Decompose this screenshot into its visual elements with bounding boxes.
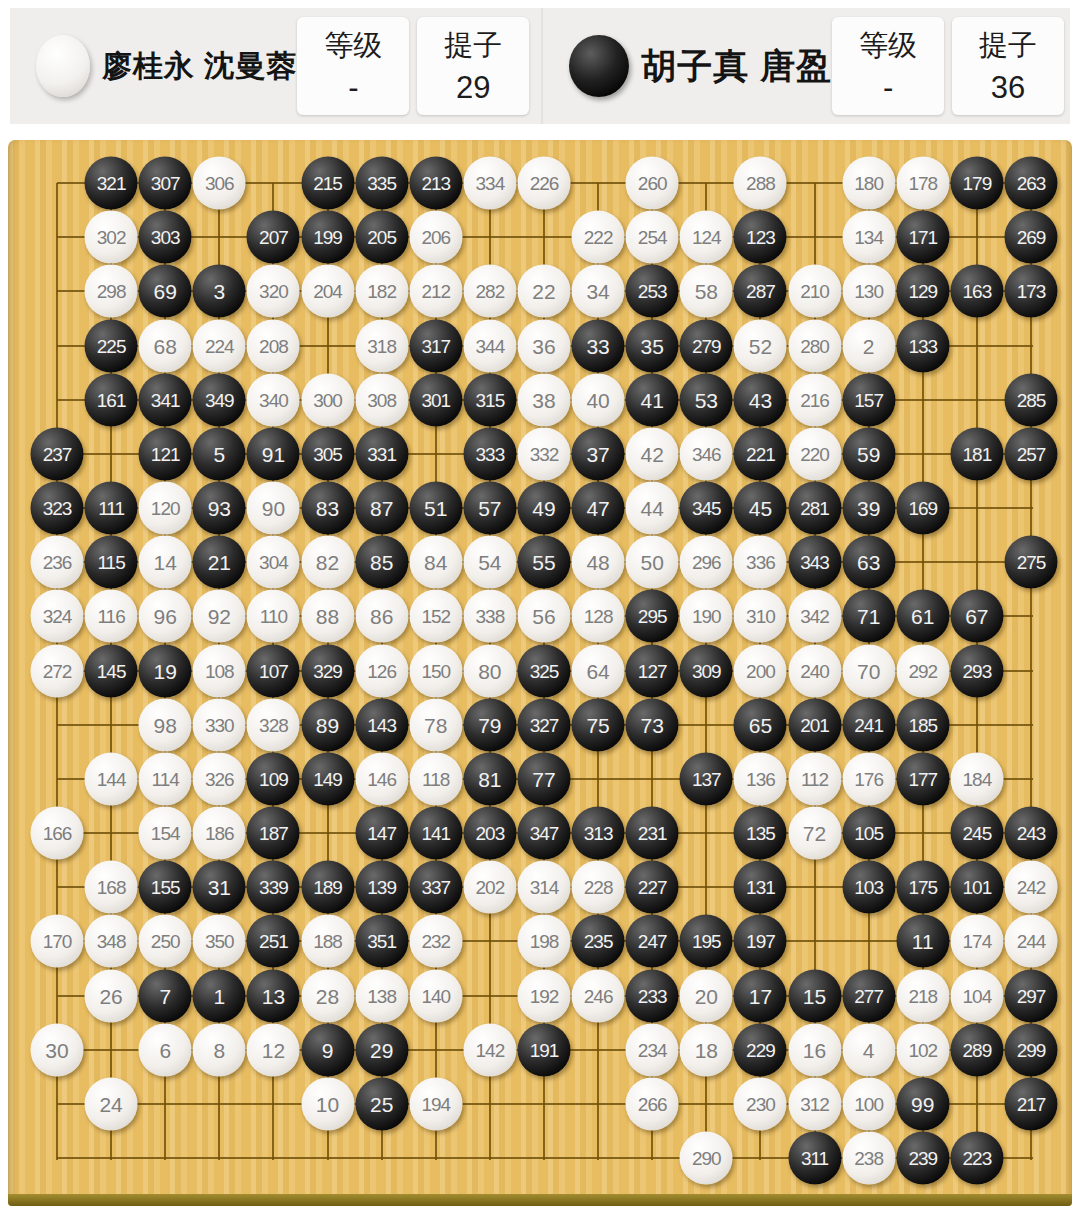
stone-black-57: 57 xyxy=(463,482,516,535)
stone-move-number: 104 xyxy=(963,986,992,1005)
stone-move-number: 206 xyxy=(421,228,450,247)
stone-white-222: 222 xyxy=(572,211,625,264)
stone-move-number: 272 xyxy=(43,661,72,680)
stone-move-number: 212 xyxy=(421,282,450,301)
stone-move-number: 337 xyxy=(421,878,450,897)
stone-white-64: 64 xyxy=(572,644,625,697)
stone-move-number: 296 xyxy=(692,553,721,572)
stone-move-number: 200 xyxy=(746,661,775,680)
stone-move-number: 208 xyxy=(259,336,288,355)
stone-move-number: 137 xyxy=(692,769,721,788)
stone-move-number: 16 xyxy=(803,1039,826,1060)
stone-black-149: 149 xyxy=(301,752,354,805)
stone-black-217: 217 xyxy=(1004,1077,1057,1130)
stone-white-240: 240 xyxy=(788,644,841,697)
stone-white-138: 138 xyxy=(355,969,408,1022)
stone-white-298: 298 xyxy=(85,265,138,318)
stone-move-number: 123 xyxy=(746,228,775,247)
stone-black-257: 257 xyxy=(1004,427,1057,480)
stone-white-232: 232 xyxy=(409,915,462,968)
stone-black-55: 55 xyxy=(517,536,570,589)
stone-black-337: 337 xyxy=(409,861,462,914)
stone-black-173: 173 xyxy=(1004,265,1057,318)
stone-move-number: 333 xyxy=(476,444,505,463)
stone-move-number: 345 xyxy=(692,499,721,518)
stone-black-49: 49 xyxy=(517,482,570,535)
stone-move-number: 210 xyxy=(800,282,829,301)
stone-move-number: 45 xyxy=(749,498,772,519)
stone-white-42: 42 xyxy=(626,427,679,480)
stone-move-number: 334 xyxy=(476,174,505,193)
stone-move-number: 101 xyxy=(963,878,992,897)
stone-white-234: 234 xyxy=(626,1023,679,1076)
stone-move-number: 349 xyxy=(205,390,234,409)
stone-move-number: 244 xyxy=(1017,932,1046,951)
stone-black-45: 45 xyxy=(734,482,787,535)
stone-black-7: 7 xyxy=(139,969,192,1022)
stone-move-number: 134 xyxy=(854,228,883,247)
stone-move-number: 182 xyxy=(367,282,396,301)
white-info-boxes: 等级 - 提子 29 xyxy=(297,17,529,115)
stone-white-324: 324 xyxy=(31,590,84,643)
stone-move-number: 25 xyxy=(370,1093,393,1114)
stone-move-number: 111 xyxy=(98,499,124,518)
stone-white-302: 302 xyxy=(85,211,138,264)
stone-black-321: 321 xyxy=(85,157,138,210)
stone-move-number: 275 xyxy=(1017,553,1046,572)
stone-move-number: 299 xyxy=(1017,1040,1046,1059)
stone-white-26: 26 xyxy=(85,969,138,1022)
stone-move-number: 14 xyxy=(154,552,177,573)
stone-move-number: 217 xyxy=(1017,1094,1046,1113)
stone-black-121: 121 xyxy=(139,427,192,480)
stone-move-number: 175 xyxy=(908,878,937,897)
stone-white-68: 68 xyxy=(139,319,192,372)
stone-move-number: 49 xyxy=(532,498,555,519)
stone-black-253: 253 xyxy=(626,265,679,318)
stone-black-345: 345 xyxy=(680,482,733,535)
stone-white-230: 230 xyxy=(734,1077,787,1130)
stone-black-19: 19 xyxy=(139,644,192,697)
stone-white-312: 312 xyxy=(788,1077,841,1130)
stone-move-number: 37 xyxy=(586,443,609,464)
stone-black-171: 171 xyxy=(896,211,949,264)
stone-move-number: 226 xyxy=(530,174,559,193)
stone-black-341: 341 xyxy=(139,373,192,426)
stone-black-91: 91 xyxy=(247,427,300,480)
stone-move-number: 51 xyxy=(424,498,447,519)
stone-black-1: 1 xyxy=(193,969,246,1022)
black-player-panel: 胡子真 唐盈 等级 - 提子 36 xyxy=(541,8,1076,124)
stone-white-22: 22 xyxy=(517,265,570,318)
stone-white-344: 344 xyxy=(463,319,516,372)
stone-white-112: 112 xyxy=(788,752,841,805)
stone-black-235: 235 xyxy=(572,915,625,968)
stone-move-number: 321 xyxy=(97,174,126,193)
stone-move-number: 96 xyxy=(154,606,177,627)
stone-move-number: 227 xyxy=(638,878,667,897)
stone-move-number: 306 xyxy=(205,174,234,193)
stone-move-number: 313 xyxy=(584,824,613,843)
stone-black-87: 87 xyxy=(355,482,408,535)
stone-black-177: 177 xyxy=(896,752,949,805)
stone-white-218: 218 xyxy=(896,969,949,1022)
stone-white-150: 150 xyxy=(409,644,462,697)
stone-move-number: 282 xyxy=(476,282,505,301)
stone-move-number: 124 xyxy=(692,228,721,247)
stone-black-323: 323 xyxy=(31,482,84,535)
stone-move-number: 131 xyxy=(746,878,775,897)
stone-white-16: 16 xyxy=(788,1023,841,1076)
stone-move-number: 230 xyxy=(746,1094,775,1113)
stone-move-number: 42 xyxy=(641,443,664,464)
stone-black-205: 205 xyxy=(355,211,408,264)
stone-move-number: 56 xyxy=(532,606,555,627)
stone-move-number: 309 xyxy=(692,661,721,680)
stone-move-number: 181 xyxy=(963,444,992,463)
stone-move-number: 320 xyxy=(259,282,288,301)
stone-black-39: 39 xyxy=(842,482,895,535)
stone-white-216: 216 xyxy=(788,373,841,426)
stone-black-343: 343 xyxy=(788,536,841,589)
stone-black-311: 311 xyxy=(788,1132,841,1185)
stone-move-number: 133 xyxy=(908,336,937,355)
stone-move-number: 223 xyxy=(963,1149,992,1168)
stone-white-180: 180 xyxy=(842,157,895,210)
stone-white-250: 250 xyxy=(139,915,192,968)
stone-white-24: 24 xyxy=(85,1077,138,1130)
stone-move-number: 99 xyxy=(911,1093,934,1114)
stone-white-116: 116 xyxy=(85,590,138,643)
stone-move-number: 33 xyxy=(586,335,609,356)
stone-white-50: 50 xyxy=(626,536,679,589)
stone-move-number: 116 xyxy=(97,607,124,626)
stone-move-number: 288 xyxy=(746,174,775,193)
white-captures-label: 提子 xyxy=(444,26,502,66)
stone-black-201: 201 xyxy=(788,698,841,751)
stone-move-number: 54 xyxy=(478,552,501,573)
stone-move-number: 235 xyxy=(584,932,613,951)
stone-move-number: 205 xyxy=(367,228,396,247)
stone-white-166: 166 xyxy=(31,807,84,860)
stone-white-78: 78 xyxy=(409,698,462,751)
stone-move-number: 221 xyxy=(746,444,775,463)
stone-black-73: 73 xyxy=(626,698,679,751)
stone-black-339: 339 xyxy=(247,861,300,914)
stone-white-40: 40 xyxy=(572,373,625,426)
stone-move-number: 237 xyxy=(43,444,72,463)
stone-black-3: 3 xyxy=(193,265,246,318)
stone-white-194: 194 xyxy=(409,1077,462,1130)
stone-move-number: 323 xyxy=(43,499,72,518)
stone-black-229: 229 xyxy=(734,1023,787,1076)
stone-move-number: 247 xyxy=(638,932,667,951)
stone-move-number: 344 xyxy=(476,336,505,355)
stone-black-77: 77 xyxy=(517,752,570,805)
stone-move-number: 29 xyxy=(370,1039,393,1060)
stone-move-number: 13 xyxy=(262,985,285,1006)
stone-move-number: 180 xyxy=(854,174,883,193)
stone-white-154: 154 xyxy=(139,807,192,860)
stone-white-144: 144 xyxy=(85,752,138,805)
stone-move-number: 70 xyxy=(857,660,880,681)
stone-black-33: 33 xyxy=(572,319,625,372)
stone-white-102: 102 xyxy=(896,1023,949,1076)
stone-move-number: 80 xyxy=(478,660,501,681)
stone-black-327: 327 xyxy=(517,698,570,751)
stone-move-number: 84 xyxy=(424,552,447,573)
stone-black-37: 37 xyxy=(572,427,625,480)
stone-move-number: 185 xyxy=(908,715,937,734)
stone-black-115: 115 xyxy=(85,536,138,589)
stone-white-304: 304 xyxy=(247,536,300,589)
white-player-name: 廖桂永 沈曼蓉 xyxy=(102,46,297,87)
stone-move-number: 290 xyxy=(692,1149,721,1168)
stone-white-308: 308 xyxy=(355,373,408,426)
stone-move-number: 40 xyxy=(586,389,609,410)
stone-white-338: 338 xyxy=(463,590,516,643)
stone-white-238: 238 xyxy=(842,1132,895,1185)
stone-black-331: 331 xyxy=(355,427,408,480)
stone-white-142: 142 xyxy=(463,1023,516,1076)
stone-move-number: 194 xyxy=(421,1094,450,1113)
stone-black-143: 143 xyxy=(355,698,408,751)
stone-move-number: 43 xyxy=(749,389,772,410)
stone-white-192: 192 xyxy=(517,969,570,1022)
stone-move-number: 285 xyxy=(1017,390,1046,409)
stone-move-number: 92 xyxy=(208,606,231,627)
stone-move-number: 126 xyxy=(367,661,396,680)
stone-white-204: 204 xyxy=(301,265,354,318)
white-rank-box: 等级 - xyxy=(297,17,409,115)
stone-move-number: 19 xyxy=(154,660,177,681)
stone-move-number: 166 xyxy=(43,824,72,843)
stone-white-310: 310 xyxy=(734,590,787,643)
stone-white-14: 14 xyxy=(139,536,192,589)
stone-black-31: 31 xyxy=(193,861,246,914)
stone-white-296: 296 xyxy=(680,536,733,589)
stone-white-104: 104 xyxy=(950,969,1003,1022)
stone-white-8: 8 xyxy=(193,1023,246,1076)
stone-black-145: 145 xyxy=(85,644,138,697)
stone-move-number: 82 xyxy=(316,552,339,573)
stone-move-number: 47 xyxy=(586,498,609,519)
stone-move-number: 189 xyxy=(313,878,342,897)
stone-move-number: 8 xyxy=(213,1039,225,1060)
stone-black-263: 263 xyxy=(1004,157,1057,210)
stone-black-305: 305 xyxy=(301,427,354,480)
stone-black-69: 69 xyxy=(139,265,192,318)
stone-move-number: 341 xyxy=(151,390,180,409)
stone-move-number: 39 xyxy=(857,498,880,519)
stone-white-134: 134 xyxy=(842,211,895,264)
stone-move-number: 20 xyxy=(695,985,718,1006)
stone-move-number: 171 xyxy=(908,228,937,247)
stone-move-number: 144 xyxy=(97,769,126,788)
white-stone-icon xyxy=(36,35,90,97)
stone-move-number: 326 xyxy=(205,769,234,788)
stone-black-9: 9 xyxy=(301,1023,354,1076)
stone-black-295: 295 xyxy=(626,590,679,643)
stone-white-300: 300 xyxy=(301,373,354,426)
stone-move-number: 184 xyxy=(963,769,992,788)
stone-white-272: 272 xyxy=(31,644,84,697)
stone-move-number: 231 xyxy=(638,824,667,843)
stone-black-127: 127 xyxy=(626,644,679,697)
stone-move-number: 335 xyxy=(367,174,396,193)
stone-black-251: 251 xyxy=(247,915,300,968)
stone-move-number: 179 xyxy=(963,174,992,193)
stone-move-number: 138 xyxy=(367,986,396,1005)
stone-black-175: 175 xyxy=(896,861,949,914)
stone-white-186: 186 xyxy=(193,807,246,860)
stone-white-126: 126 xyxy=(355,644,408,697)
stone-move-number: 107 xyxy=(259,661,288,680)
stone-move-number: 4 xyxy=(863,1039,875,1060)
stone-move-number: 28 xyxy=(316,985,339,1006)
stone-move-number: 110 xyxy=(260,607,287,626)
stone-move-number: 325 xyxy=(530,661,559,680)
stone-move-number: 109 xyxy=(259,769,288,788)
stone-white-146: 146 xyxy=(355,752,408,805)
stone-move-number: 197 xyxy=(746,932,775,951)
stone-move-number: 303 xyxy=(151,228,180,247)
stone-black-277: 277 xyxy=(842,969,895,1022)
stone-move-number: 174 xyxy=(963,932,992,951)
stone-move-number: 314 xyxy=(530,878,559,897)
stone-white-56: 56 xyxy=(517,590,570,643)
stone-move-number: 128 xyxy=(584,607,613,626)
stone-move-number: 218 xyxy=(908,986,937,1005)
stone-white-12: 12 xyxy=(247,1023,300,1076)
stone-move-number: 186 xyxy=(205,824,234,843)
stone-move-number: 330 xyxy=(205,715,234,734)
stone-move-number: 152 xyxy=(421,607,450,626)
black-rank-value: - xyxy=(883,70,893,106)
stone-move-number: 90 xyxy=(262,498,285,519)
stone-move-number: 311 xyxy=(801,1149,828,1168)
stone-white-350: 350 xyxy=(193,915,246,968)
stone-black-51: 51 xyxy=(409,482,462,535)
stone-move-number: 350 xyxy=(205,932,234,951)
stone-move-number: 77 xyxy=(532,768,555,789)
stone-move-number: 195 xyxy=(692,932,721,951)
stone-move-number: 112 xyxy=(801,769,828,788)
stone-black-289: 289 xyxy=(950,1023,1003,1076)
stone-move-number: 260 xyxy=(638,174,667,193)
stone-white-346: 346 xyxy=(680,427,733,480)
stone-move-number: 86 xyxy=(370,606,393,627)
stone-white-152: 152 xyxy=(409,590,462,643)
stone-move-number: 108 xyxy=(205,661,234,680)
stone-white-34: 34 xyxy=(572,265,625,318)
stone-white-182: 182 xyxy=(355,265,408,318)
stone-move-number: 154 xyxy=(151,824,180,843)
stone-white-210: 210 xyxy=(788,265,841,318)
stone-white-306: 306 xyxy=(193,157,246,210)
stone-move-number: 24 xyxy=(99,1093,122,1114)
stone-move-number: 55 xyxy=(532,552,555,573)
stone-black-281: 281 xyxy=(788,482,841,535)
stone-white-244: 244 xyxy=(1004,915,1057,968)
stone-black-185: 185 xyxy=(896,698,949,751)
stone-move-number: 9 xyxy=(322,1039,334,1060)
stone-black-137: 137 xyxy=(680,752,733,805)
stone-move-number: 142 xyxy=(476,1040,505,1059)
black-stone-icon xyxy=(569,35,629,97)
stone-white-314: 314 xyxy=(517,861,570,914)
stone-white-342: 342 xyxy=(788,590,841,643)
stone-black-53: 53 xyxy=(680,373,733,426)
stone-move-number: 242 xyxy=(1017,878,1046,897)
stone-white-96: 96 xyxy=(139,590,192,643)
stone-black-89: 89 xyxy=(301,698,354,751)
stone-black-81: 81 xyxy=(463,752,516,805)
black-rank-label: 等级 xyxy=(859,26,917,66)
stone-white-208: 208 xyxy=(247,319,300,372)
stone-white-108: 108 xyxy=(193,644,246,697)
stone-black-227: 227 xyxy=(626,861,679,914)
stone-black-131: 131 xyxy=(734,861,787,914)
stone-move-number: 336 xyxy=(746,553,775,572)
stone-move-number: 65 xyxy=(749,714,772,735)
stone-white-290: 290 xyxy=(680,1132,733,1185)
stone-move-number: 315 xyxy=(476,390,505,409)
stone-white-184: 184 xyxy=(950,752,1003,805)
stone-move-number: 199 xyxy=(313,228,342,247)
stone-move-number: 202 xyxy=(476,878,505,897)
stone-move-number: 100 xyxy=(854,1094,883,1113)
stone-black-287: 287 xyxy=(734,265,787,318)
stone-black-213: 213 xyxy=(409,157,462,210)
stone-move-number: 78 xyxy=(424,714,447,735)
stone-move-number: 140 xyxy=(421,986,450,1005)
stone-black-301: 301 xyxy=(409,373,462,426)
stone-white-246: 246 xyxy=(572,969,625,1022)
stone-black-47: 47 xyxy=(572,482,625,535)
stone-move-number: 216 xyxy=(800,390,829,409)
stone-move-number: 228 xyxy=(584,878,613,897)
stone-black-303: 303 xyxy=(139,211,192,264)
stone-white-318: 318 xyxy=(355,319,408,372)
stone-black-59: 59 xyxy=(842,427,895,480)
stone-move-number: 48 xyxy=(586,552,609,573)
stone-white-82: 82 xyxy=(301,536,354,589)
stone-white-280: 280 xyxy=(788,319,841,372)
stone-move-number: 114 xyxy=(152,769,179,788)
stone-move-number: 188 xyxy=(313,932,342,951)
stone-white-206: 206 xyxy=(409,211,462,264)
stone-black-155: 155 xyxy=(139,861,192,914)
black-captures-label: 提子 xyxy=(979,26,1037,66)
stone-black-111: 111 xyxy=(85,482,138,535)
stone-move-number: 63 xyxy=(857,552,880,573)
stone-move-number: 88 xyxy=(316,606,339,627)
stone-move-number: 304 xyxy=(259,553,288,572)
stone-move-number: 30 xyxy=(45,1039,68,1060)
stone-black-233: 233 xyxy=(626,969,679,1022)
stone-move-number: 339 xyxy=(259,878,288,897)
stone-move-number: 72 xyxy=(803,823,826,844)
stone-white-288: 288 xyxy=(734,157,787,210)
stone-black-179: 179 xyxy=(950,157,1003,210)
stone-move-number: 105 xyxy=(854,824,883,843)
stone-move-number: 257 xyxy=(1017,444,1046,463)
stone-black-247: 247 xyxy=(626,915,679,968)
go-board[interactable]: 3213073062153352133342262602881801781792… xyxy=(8,140,1072,1206)
stone-move-number: 120 xyxy=(151,499,180,518)
stone-move-number: 279 xyxy=(692,336,721,355)
